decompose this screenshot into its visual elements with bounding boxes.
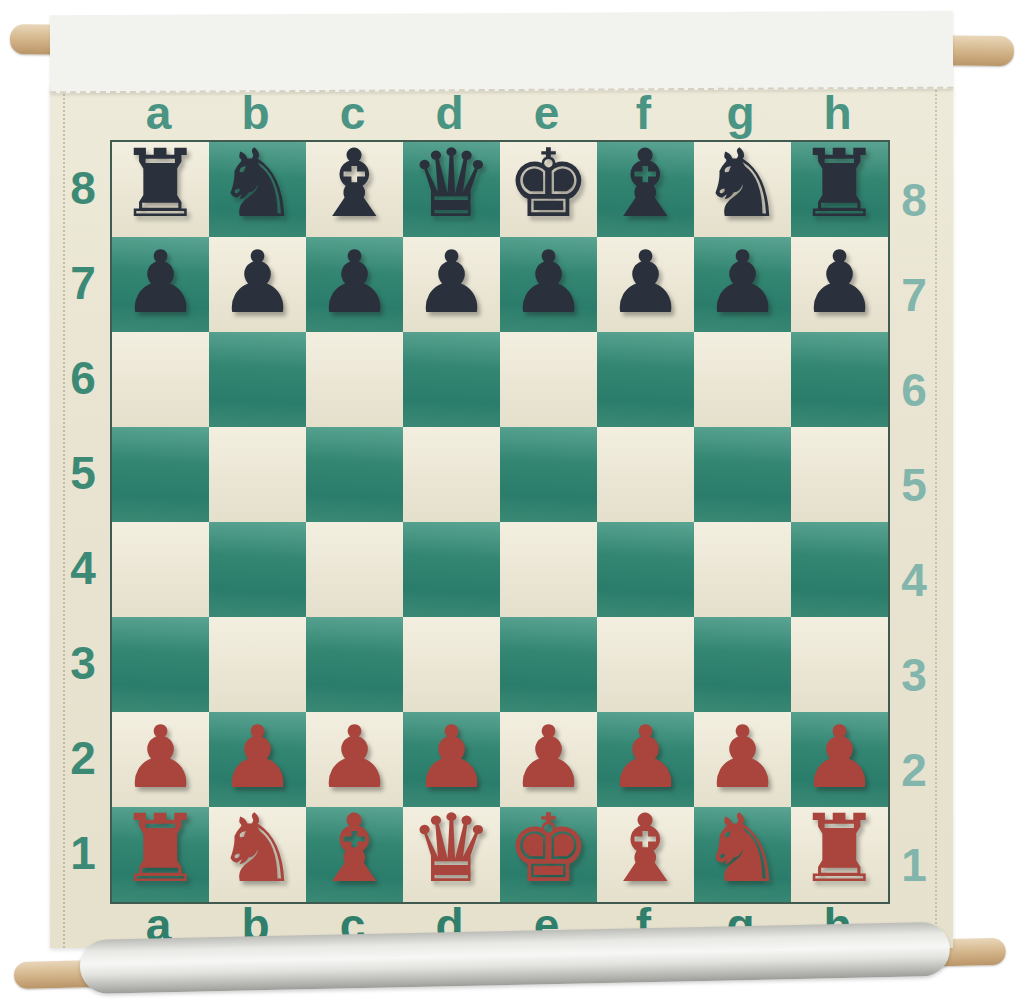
- square-f8: ♝: [597, 142, 694, 237]
- square-g6: [694, 332, 791, 427]
- ranks-label-left-8: 8: [70, 165, 96, 211]
- piece-red-queen-d1: ♛: [409, 801, 493, 896]
- rank-labels-right: 87654321: [888, 152, 940, 912]
- square-e4: [500, 522, 597, 617]
- square-a5: [112, 427, 209, 522]
- piece-black-pawn-e7: ♟: [510, 235, 587, 330]
- piece-black-knight-b8: ♞: [215, 136, 299, 231]
- square-d1: ♛: [403, 807, 500, 902]
- square-d8: ♛: [403, 142, 500, 237]
- piece-red-pawn-f2: ♟: [607, 710, 684, 805]
- piece-red-pawn-b2: ♟: [219, 710, 296, 805]
- square-e2: ♟: [500, 712, 597, 807]
- demo-chess-board-photo: abcdefgh abcdefgh 87654321 87654321 ♜♞♝♛…: [0, 0, 1024, 1004]
- square-c5: [306, 427, 403, 522]
- ranks-label-right-4: 4: [901, 557, 927, 603]
- piece-red-king-e1: ♚: [506, 801, 590, 896]
- square-g8: ♞: [694, 142, 791, 237]
- piece-red-pawn-d2: ♟: [413, 710, 490, 805]
- square-d6: [403, 332, 500, 427]
- square-b3: [209, 617, 306, 712]
- square-h1: ♜: [791, 807, 888, 902]
- ranks-label-right-8: 8: [901, 177, 927, 223]
- square-a3: [112, 617, 209, 712]
- square-f7: ♟: [597, 237, 694, 332]
- piece-red-bishop-f1: ♝: [603, 801, 687, 896]
- ranks-label-right-5: 5: [901, 462, 927, 508]
- square-d7: ♟: [403, 237, 500, 332]
- square-e5: [500, 427, 597, 522]
- square-f6: [597, 332, 694, 427]
- square-a4: [112, 522, 209, 617]
- square-f1: ♝: [597, 807, 694, 902]
- square-c8: ♝: [306, 142, 403, 237]
- ranks-label-right-3: 3: [901, 652, 927, 698]
- square-e3: [500, 617, 597, 712]
- piece-black-pawn-c7: ♟: [316, 235, 393, 330]
- ranks-label-left-5: 5: [70, 450, 96, 496]
- square-f2: ♟: [597, 712, 694, 807]
- ranks-label-right-6: 6: [901, 367, 927, 413]
- piece-black-pawn-b7: ♟: [219, 235, 296, 330]
- top-hanging-sleeve: [50, 11, 953, 94]
- square-h8: ♜: [791, 142, 888, 237]
- ranks-label-left-2: 2: [70, 735, 96, 781]
- piece-black-pawn-d7: ♟: [413, 235, 490, 330]
- square-h4: [791, 522, 888, 617]
- square-b8: ♞: [209, 142, 306, 237]
- piece-red-rook-h1: ♜: [797, 801, 881, 896]
- rank-labels-left: 87654321: [58, 140, 108, 900]
- square-f5: [597, 427, 694, 522]
- square-b2: ♟: [209, 712, 306, 807]
- piece-black-pawn-g7: ♟: [704, 235, 781, 330]
- square-h5: [791, 427, 888, 522]
- square-c3: [306, 617, 403, 712]
- piece-black-bishop-c8: ♝: [312, 136, 396, 231]
- square-f3: [597, 617, 694, 712]
- square-g4: [694, 522, 791, 617]
- square-h2: ♟: [791, 712, 888, 807]
- piece-red-bishop-c1: ♝: [312, 801, 396, 896]
- ranks-label-right-1: 1: [901, 842, 927, 888]
- piece-black-pawn-f7: ♟: [607, 235, 684, 330]
- square-c4: [306, 522, 403, 617]
- square-f4: [597, 522, 694, 617]
- ranks-label-left-3: 3: [70, 640, 96, 686]
- square-c1: ♝: [306, 807, 403, 902]
- square-b6: [209, 332, 306, 427]
- square-g1: ♞: [694, 807, 791, 902]
- square-d2: ♟: [403, 712, 500, 807]
- piece-red-knight-b1: ♞: [215, 801, 299, 896]
- ranks-label-left-4: 4: [70, 545, 96, 591]
- square-d3: [403, 617, 500, 712]
- ranks-label-right-2: 2: [901, 747, 927, 793]
- square-h7: ♟: [791, 237, 888, 332]
- square-a6: [112, 332, 209, 427]
- square-c7: ♟: [306, 237, 403, 332]
- square-e1: ♚: [500, 807, 597, 902]
- square-a8: ♜: [112, 142, 209, 237]
- square-h6: [791, 332, 888, 427]
- piece-black-queen-d8: ♛: [409, 136, 493, 231]
- piece-red-pawn-g2: ♟: [704, 710, 781, 805]
- piece-red-pawn-a2: ♟: [122, 710, 199, 805]
- square-g2: ♟: [694, 712, 791, 807]
- square-e7: ♟: [500, 237, 597, 332]
- square-g7: ♟: [694, 237, 791, 332]
- ranks-label-left-6: 6: [70, 355, 96, 401]
- piece-black-pawn-h7: ♟: [801, 235, 878, 330]
- ranks-label-left-7: 7: [70, 260, 96, 306]
- ranks-label-left-1: 1: [70, 830, 96, 876]
- square-d5: [403, 427, 500, 522]
- square-e8: ♚: [500, 142, 597, 237]
- square-g5: [694, 427, 791, 522]
- piece-red-rook-a1: ♜: [118, 801, 202, 896]
- square-b5: [209, 427, 306, 522]
- square-c2: ♟: [306, 712, 403, 807]
- square-b1: ♞: [209, 807, 306, 902]
- piece-red-pawn-e2: ♟: [510, 710, 587, 805]
- piece-red-pawn-c2: ♟: [316, 710, 393, 805]
- piece-black-bishop-f8: ♝: [603, 136, 687, 231]
- piece-black-pawn-a7: ♟: [122, 235, 199, 330]
- square-g3: [694, 617, 791, 712]
- square-a1: ♜: [112, 807, 209, 902]
- square-b4: [209, 522, 306, 617]
- piece-red-pawn-h2: ♟: [801, 710, 878, 805]
- ranks-label-right-7: 7: [901, 272, 927, 318]
- piece-black-rook-h8: ♜: [797, 136, 881, 231]
- square-a2: ♟: [112, 712, 209, 807]
- square-h3: [791, 617, 888, 712]
- piece-black-king-e8: ♚: [506, 136, 590, 231]
- square-c6: [306, 332, 403, 427]
- board: ♜♞♝♛♚♝♞♜♟♟♟♟♟♟♟♟♟♟♟♟♟♟♟♟♜♞♝♛♚♝♞♜: [110, 140, 890, 904]
- piece-black-knight-g8: ♞: [700, 136, 784, 231]
- square-a7: ♟: [112, 237, 209, 332]
- square-e6: [500, 332, 597, 427]
- piece-red-knight-g1: ♞: [700, 801, 784, 896]
- square-d4: [403, 522, 500, 617]
- square-b7: ♟: [209, 237, 306, 332]
- piece-black-rook-a8: ♜: [118, 136, 202, 231]
